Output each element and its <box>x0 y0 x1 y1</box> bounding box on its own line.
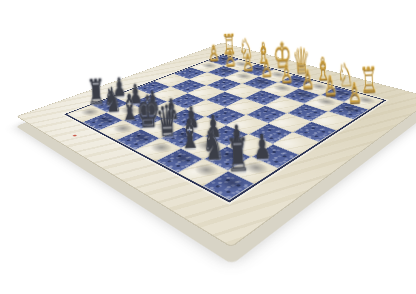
chess-board: ♜♞♝♛♚♝♞♜♟♟♟♟♟♟♟♟♙♙♙♙♙♙♙♙♖♘♗♕♔♗♘♖ <box>18 43 416 246</box>
piece-black-rook-a8[interactable]: ♜ <box>220 144 258 179</box>
rook-glyph: ♜ <box>226 132 252 179</box>
piece-white-pawn-a2[interactable]: ♙ <box>340 85 369 107</box>
pawn-glyph: ♙ <box>347 79 362 107</box>
pawn-glyph: ♙ <box>279 61 293 86</box>
marble-fleck <box>72 134 77 137</box>
pawn-glyph: ♙ <box>260 55 274 80</box>
pawn-glyph: ♙ <box>300 66 314 92</box>
photo-background: ♜♞♝♛♚♝♞♜♟♟♟♟♟♟♟♟♙♙♙♙♙♙♙♙♖♘♗♕♔♗♘♖ <box>0 0 416 294</box>
perspective-scene: ♜♞♝♛♚♝♞♜♟♟♟♟♟♟♟♟♙♙♙♙♙♙♙♙♖♘♗♕♔♗♘♖ <box>0 0 416 294</box>
scene-tilt: ♜♞♝♛♚♝♞♜♟♟♟♟♟♟♟♟♙♙♙♙♙♙♙♙♖♘♗♕♔♗♘♖ <box>0 0 416 294</box>
pawn-glyph: ♙ <box>241 50 254 74</box>
square-a2[interactable]: ♙ <box>328 102 369 120</box>
pawn-glyph: ♙ <box>323 72 338 99</box>
